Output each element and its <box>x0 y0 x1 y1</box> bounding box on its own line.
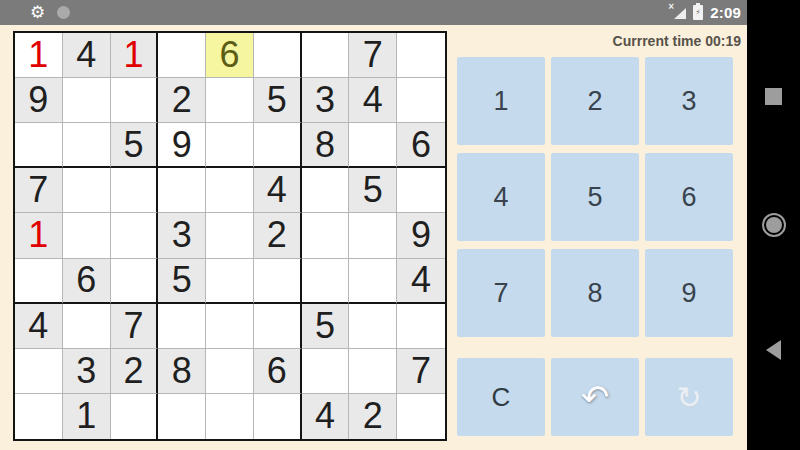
undo-button[interactable]: ↶ <box>551 358 639 436</box>
cell-r6c9[interactable]: 4 <box>397 259 445 304</box>
recents-button[interactable] <box>765 88 782 105</box>
cell-r7c3[interactable]: 7 <box>111 304 159 349</box>
settings-gear-icon: ⚙ <box>30 0 45 25</box>
cell-r1c3[interactable]: 1 <box>111 33 159 78</box>
cell-r9c8[interactable]: 2 <box>349 394 397 439</box>
cell-r7c1[interactable]: 4 <box>15 304 63 349</box>
cell-r5c8[interactable] <box>349 213 397 258</box>
signal-triangle <box>674 8 686 19</box>
cell-r1c1[interactable]: 1 <box>15 33 63 78</box>
no-signal-icon: × <box>669 5 686 20</box>
keypad-button-7[interactable]: 7 <box>457 249 545 337</box>
android-nav-bar <box>747 0 800 450</box>
cell-r5c6[interactable]: 2 <box>254 213 302 258</box>
cell-r1c9[interactable] <box>397 33 445 78</box>
cell-r8c7[interactable] <box>302 349 350 394</box>
keypad-button-9[interactable]: 9 <box>645 249 733 337</box>
cell-r8c3[interactable]: 2 <box>111 349 159 394</box>
status-time: 2:09 <box>710 4 741 21</box>
cell-r5c3[interactable] <box>111 213 159 258</box>
cell-r6c7[interactable] <box>302 259 350 304</box>
cell-r4c6[interactable]: 4 <box>254 168 302 213</box>
cell-r9c1[interactable] <box>15 394 63 439</box>
keypad-button-1[interactable]: 1 <box>457 57 545 145</box>
cell-r2c3[interactable] <box>111 78 159 123</box>
cell-r8c6[interactable]: 6 <box>254 349 302 394</box>
timer-label: Currrent time 00:19 <box>613 33 741 49</box>
cell-r4c8[interactable]: 5 <box>349 168 397 213</box>
cell-r5c2[interactable] <box>63 213 111 258</box>
cell-r5c5[interactable] <box>206 213 254 258</box>
cell-r3c8[interactable] <box>349 123 397 168</box>
no-signal-x: × <box>668 2 674 12</box>
cell-r2c7[interactable]: 3 <box>302 78 350 123</box>
cell-r6c5[interactable] <box>206 259 254 304</box>
cell-r5c4[interactable]: 3 <box>158 213 206 258</box>
notification-circle-icon <box>57 6 70 19</box>
battery-bolt: ⚡ <box>695 9 701 17</box>
cell-r7c2[interactable] <box>63 304 111 349</box>
cell-r4c4[interactable] <box>158 168 206 213</box>
cell-r3c6[interactable] <box>254 123 302 168</box>
cell-r7c8[interactable] <box>349 304 397 349</box>
cell-r2c8[interactable]: 4 <box>349 78 397 123</box>
clear-button[interactable]: C <box>457 358 545 436</box>
cell-r1c2[interactable]: 4 <box>63 33 111 78</box>
cell-r9c2[interactable]: 1 <box>63 394 111 439</box>
cell-r7c7[interactable]: 5 <box>302 304 350 349</box>
home-button[interactable] <box>762 213 786 237</box>
cell-r5c1[interactable]: 1 <box>15 213 63 258</box>
cell-r3c1[interactable] <box>15 123 63 168</box>
keypad-actions: C ↶ ↻ <box>457 358 733 436</box>
battery-charging-icon: ⚡ <box>693 5 703 20</box>
sudoku-board: 14167925345986745132965447532867142 <box>13 31 447 441</box>
cell-r6c8[interactable] <box>349 259 397 304</box>
back-button[interactable] <box>766 340 781 360</box>
cell-r8c9[interactable]: 7 <box>397 349 445 394</box>
cell-r3c7[interactable]: 8 <box>302 123 350 168</box>
cell-r6c3[interactable] <box>111 259 159 304</box>
cell-r2c2[interactable] <box>63 78 111 123</box>
cell-r8c1[interactable] <box>15 349 63 394</box>
cell-r2c4[interactable]: 2 <box>158 78 206 123</box>
keypad-button-2[interactable]: 2 <box>551 57 639 145</box>
cell-r1c4[interactable] <box>158 33 206 78</box>
cell-r7c4[interactable] <box>158 304 206 349</box>
cell-r1c8[interactable]: 7 <box>349 33 397 78</box>
cell-r3c2[interactable] <box>63 123 111 168</box>
cell-r6c1[interactable] <box>15 259 63 304</box>
cell-r3c9[interactable]: 6 <box>397 123 445 168</box>
cell-r6c4[interactable]: 5 <box>158 259 206 304</box>
keypad-button-4[interactable]: 4 <box>457 153 545 241</box>
cell-r1c7[interactable] <box>302 33 350 78</box>
cell-r4c3[interactable] <box>111 168 159 213</box>
cell-r5c7[interactable] <box>302 213 350 258</box>
cell-r2c1[interactable]: 9 <box>15 78 63 123</box>
keypad-numbers: 123456789 <box>457 57 733 337</box>
cell-r9c7[interactable]: 4 <box>302 394 350 439</box>
cell-r3c5[interactable] <box>206 123 254 168</box>
redo-icon: ↻ <box>676 380 701 415</box>
cell-r9c5[interactable] <box>206 394 254 439</box>
keypad-button-3[interactable]: 3 <box>645 57 733 145</box>
cell-r3c4[interactable]: 9 <box>158 123 206 168</box>
status-bar: ⚙ × ⚡ 2:09 <box>0 0 747 25</box>
undo-icon: ↶ <box>581 377 610 417</box>
cell-r9c9[interactable] <box>397 394 445 439</box>
cell-r6c2[interactable]: 6 <box>63 259 111 304</box>
keypad-button-8[interactable]: 8 <box>551 249 639 337</box>
cell-r1c5[interactable]: 6 <box>206 33 254 78</box>
cell-r9c3[interactable] <box>111 394 159 439</box>
redo-button[interactable]: ↻ <box>645 358 733 436</box>
cell-r4c2[interactable] <box>63 168 111 213</box>
cell-r9c4[interactable] <box>158 394 206 439</box>
status-right-cluster: × ⚡ 2:09 <box>669 4 741 21</box>
cell-r4c5[interactable] <box>206 168 254 213</box>
cell-r8c8[interactable] <box>349 349 397 394</box>
cell-r8c5[interactable] <box>206 349 254 394</box>
cell-r2c6[interactable]: 5 <box>254 78 302 123</box>
cell-r4c9[interactable] <box>397 168 445 213</box>
screen: ⚙ × ⚡ 2:09 14167925345986745132965447532… <box>0 0 800 450</box>
cell-r8c2[interactable]: 3 <box>63 349 111 394</box>
cell-r7c6[interactable] <box>254 304 302 349</box>
cell-r9c6[interactable] <box>254 394 302 439</box>
cell-r5c9[interactable]: 9 <box>397 213 445 258</box>
keypad-button-5[interactable]: 5 <box>551 153 639 241</box>
cell-r3c3[interactable]: 5 <box>111 123 159 168</box>
cell-r1c6[interactable] <box>254 33 302 78</box>
cell-r8c4[interactable]: 8 <box>158 349 206 394</box>
cell-r2c5[interactable] <box>206 78 254 123</box>
cell-r4c1[interactable]: 7 <box>15 168 63 213</box>
cell-r7c9[interactable] <box>397 304 445 349</box>
cell-r2c9[interactable] <box>397 78 445 123</box>
cell-r4c7[interactable] <box>302 168 350 213</box>
cell-r7c5[interactable] <box>206 304 254 349</box>
keypad-button-6[interactable]: 6 <box>645 153 733 241</box>
cell-r6c6[interactable] <box>254 259 302 304</box>
